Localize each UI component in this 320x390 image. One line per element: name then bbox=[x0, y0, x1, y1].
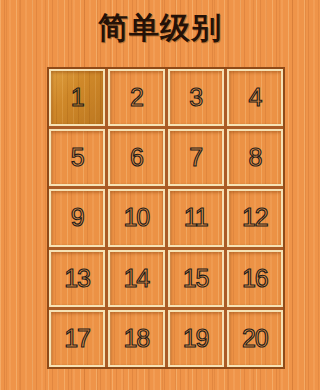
level-number: 1 bbox=[71, 85, 84, 110]
level-cell-1[interactable]: 1 bbox=[49, 69, 105, 126]
level-cell-18[interactable]: 18 bbox=[108, 310, 164, 367]
level-cell-13[interactable]: 13 bbox=[49, 250, 105, 307]
level-number: 7 bbox=[189, 145, 202, 170]
level-cell-10[interactable]: 10 bbox=[108, 189, 164, 246]
level-number: 13 bbox=[64, 266, 90, 291]
level-number: 2 bbox=[130, 85, 143, 110]
level-cell-4[interactable]: 4 bbox=[227, 69, 283, 126]
level-grid: 1234567891011121314151617181920 bbox=[47, 67, 285, 369]
level-cell-19[interactable]: 19 bbox=[168, 310, 224, 367]
level-cell-6[interactable]: 6 bbox=[108, 129, 164, 186]
level-cell-11[interactable]: 11 bbox=[168, 189, 224, 246]
wood-background: 简单级别 1234567891011121314151617181920 bbox=[0, 0, 320, 390]
level-number: 14 bbox=[123, 266, 149, 291]
level-cell-9[interactable]: 9 bbox=[49, 189, 105, 246]
level-cell-16[interactable]: 16 bbox=[227, 250, 283, 307]
level-cell-17[interactable]: 17 bbox=[49, 310, 105, 367]
level-number: 18 bbox=[123, 326, 149, 351]
level-number: 17 bbox=[64, 326, 90, 351]
level-cell-2[interactable]: 2 bbox=[108, 69, 164, 126]
level-number: 4 bbox=[248, 85, 261, 110]
level-number: 12 bbox=[242, 205, 268, 230]
page-title: 简单级别 bbox=[0, 8, 320, 49]
level-number: 20 bbox=[242, 326, 268, 351]
level-cell-5[interactable]: 5 bbox=[49, 129, 105, 186]
level-cell-14[interactable]: 14 bbox=[108, 250, 164, 307]
level-cell-15[interactable]: 15 bbox=[168, 250, 224, 307]
level-cell-3[interactable]: 3 bbox=[168, 69, 224, 126]
level-number: 10 bbox=[123, 205, 149, 230]
level-number: 19 bbox=[183, 326, 209, 351]
level-number: 15 bbox=[183, 266, 209, 291]
level-number: 6 bbox=[130, 145, 143, 170]
level-cell-12[interactable]: 12 bbox=[227, 189, 283, 246]
level-cell-7[interactable]: 7 bbox=[168, 129, 224, 186]
level-cell-8[interactable]: 8 bbox=[227, 129, 283, 186]
level-number: 8 bbox=[248, 145, 261, 170]
level-cell-20[interactable]: 20 bbox=[227, 310, 283, 367]
level-number: 11 bbox=[184, 205, 208, 230]
level-number: 5 bbox=[71, 145, 84, 170]
level-number: 9 bbox=[71, 205, 84, 230]
level-number: 16 bbox=[242, 266, 268, 291]
level-number: 3 bbox=[189, 85, 202, 110]
